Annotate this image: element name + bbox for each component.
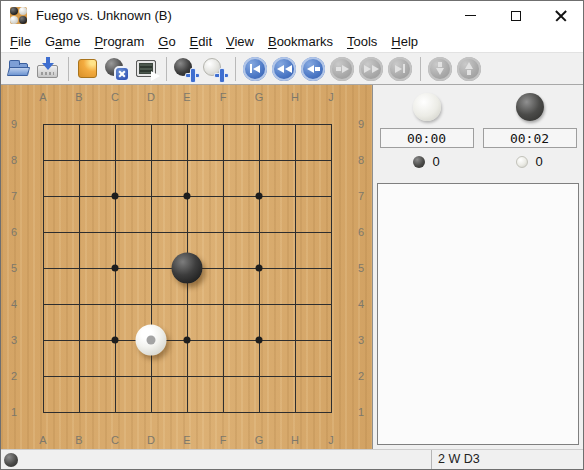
coord-right-2: 2 [349, 369, 373, 383]
up-arrow-icon [457, 57, 481, 81]
coord-top-C: C [103, 90, 127, 104]
coord-top-B: B [67, 90, 91, 104]
hoshi-C7 [112, 193, 119, 200]
menu-item-view[interactable]: View [219, 32, 261, 51]
toolbar [1, 52, 583, 85]
coord-left-2: 2 [2, 369, 26, 383]
fast-forward-icon [359, 57, 383, 81]
main-area: AABBCCDDEEFFGGHHJJ998877665544332211 00:… [1, 85, 583, 449]
menu-item-help[interactable]: Help [384, 32, 425, 51]
forward-1-move-button[interactable] [328, 55, 356, 83]
info-panel: 00:00 0 00:02 0 [373, 85, 583, 449]
coord-bottom-J: J [319, 433, 343, 447]
toolbar-separator [420, 57, 421, 81]
menu-item-program[interactable]: Program [87, 32, 151, 51]
menu-item-tools[interactable]: Tools [340, 32, 384, 51]
last-move-icon [388, 57, 412, 81]
go-to-end-button[interactable] [386, 55, 414, 83]
new-board-icon [75, 56, 101, 82]
coord-bottom-C: C [103, 433, 127, 447]
coord-top-G: G [247, 90, 271, 104]
play-black-stone-button[interactable] [172, 55, 200, 83]
rewind-icon [272, 57, 296, 81]
coord-bottom-A: A [31, 433, 55, 447]
forward-arrow-icon [330, 57, 354, 81]
down-arrow-icon [428, 57, 452, 81]
coord-left-7: 7 [2, 189, 26, 203]
coord-top-A: A [31, 90, 55, 104]
coord-left-3: 3 [2, 333, 26, 347]
open-button[interactable] [5, 55, 33, 83]
play-white-stone-button[interactable] [201, 55, 229, 83]
coord-left-8: 8 [2, 153, 26, 167]
black-captures-row: 0 [516, 154, 542, 169]
coord-right-1: 1 [349, 405, 373, 419]
go-to-beginning-button[interactable] [241, 55, 269, 83]
white-captures-count: 0 [432, 154, 439, 169]
to-move-stone-icon [4, 453, 18, 467]
coord-top-D: D [139, 90, 163, 104]
hoshi-G5 [256, 265, 263, 272]
white-captures-row: 0 [413, 154, 439, 169]
minimize-button[interactable] [448, 1, 493, 30]
first-move-icon [243, 57, 267, 81]
clock-section: 00:00 0 00:02 0 [373, 85, 583, 182]
coord-left-1: 1 [2, 405, 26, 419]
menu-item-file[interactable]: File [3, 32, 38, 51]
white-player-panel: 00:00 0 [378, 85, 475, 182]
menu-item-edit[interactable]: Edit [183, 32, 219, 51]
coord-bottom-D: D [139, 433, 163, 447]
interrupt-computer-button[interactable] [103, 55, 131, 83]
status-move-text: 2 W D3 [438, 452, 480, 466]
folder-open-icon [6, 56, 32, 82]
close-button[interactable] [538, 1, 583, 30]
black-stone-E5 [172, 253, 203, 284]
toolbar-separator [166, 57, 167, 81]
coord-bottom-E: E [175, 433, 199, 447]
coord-bottom-F: F [211, 433, 235, 447]
minimize-icon [465, 15, 476, 17]
menu-item-go[interactable]: Go [151, 32, 182, 51]
coord-bottom-G: G [247, 433, 271, 447]
coord-top-H: H [283, 90, 307, 104]
new-game-button[interactable] [74, 55, 102, 83]
coord-right-9: 9 [349, 117, 373, 131]
save-disk-icon [35, 56, 61, 82]
title-bar: Fuego vs. Unknown (B) [1, 1, 583, 30]
maximize-button[interactable] [493, 1, 538, 30]
hoshi-E3 [184, 337, 191, 344]
coord-right-8: 8 [349, 153, 373, 167]
menu-item-game[interactable]: Game [38, 32, 87, 51]
window-controls [448, 1, 583, 30]
comment-area[interactable] [377, 183, 579, 445]
toolbar-separator [68, 57, 69, 81]
last-move-marker [147, 336, 156, 345]
app-icon [10, 7, 27, 24]
back-1-move-button[interactable] [299, 55, 327, 83]
white-stone-D3 [136, 325, 167, 356]
coord-bottom-H: H [283, 433, 307, 447]
white-stone-icon [413, 93, 441, 121]
status-separator [431, 450, 432, 470]
toolbar-separator [235, 57, 236, 81]
stone-x-badge-icon [104, 56, 130, 82]
coord-left-5: 5 [2, 261, 26, 275]
go-board[interactable]: AABBCCDDEEFFGGHHJJ998877665544332211 [1, 85, 373, 449]
hoshi-G3 [256, 337, 263, 344]
hoshi-C3 [112, 337, 119, 344]
save-button[interactable] [34, 55, 62, 83]
coord-bottom-B: B [67, 433, 91, 447]
coord-left-4: 4 [2, 297, 26, 311]
back-10-moves-button[interactable] [270, 55, 298, 83]
status-bar: 2 W D3 [1, 449, 583, 470]
menu-bar: FileGameProgramGoEditViewBookmarksToolsH… [1, 30, 583, 52]
coord-top-J: J [319, 90, 343, 104]
black-player-panel: 00:02 0 [481, 85, 578, 182]
coord-left-6: 6 [2, 225, 26, 239]
black-clock: 00:02 [483, 128, 577, 148]
coord-left-9: 9 [2, 117, 26, 131]
back-arrow-icon [301, 57, 325, 81]
black-stone-icon [516, 93, 544, 121]
variation-up-button[interactable] [455, 55, 483, 83]
coord-right-7: 7 [349, 189, 373, 203]
coord-right-6: 6 [349, 225, 373, 239]
coord-top-E: E [175, 90, 199, 104]
white-clock: 00:00 [380, 128, 474, 148]
black-captures-count: 0 [535, 154, 542, 169]
app-window: Fuego vs. Unknown (B) FileGameProgramGoE… [0, 0, 584, 470]
black-stone-plus-icon [173, 56, 199, 82]
captured-black-stone-icon [413, 156, 425, 168]
gtp-shell-button[interactable] [132, 55, 160, 83]
window-title: Fuego vs. Unknown (B) [36, 8, 172, 23]
hoshi-E7 [184, 193, 191, 200]
variation-down-button[interactable] [426, 55, 454, 83]
captured-white-stone-icon [516, 156, 528, 168]
coord-right-4: 4 [349, 297, 373, 311]
forward-10-moves-button[interactable] [357, 55, 385, 83]
coord-top-F: F [211, 90, 235, 104]
white-stone-plus-icon [202, 56, 228, 82]
terminal-play-icon [133, 56, 159, 82]
hoshi-C5 [112, 265, 119, 272]
hoshi-G7 [256, 193, 263, 200]
close-icon [555, 10, 567, 22]
maximize-icon [511, 11, 521, 21]
menu-item-bookmarks[interactable]: Bookmarks [261, 32, 340, 51]
coord-right-5: 5 [349, 261, 373, 275]
coord-right-3: 3 [349, 333, 373, 347]
